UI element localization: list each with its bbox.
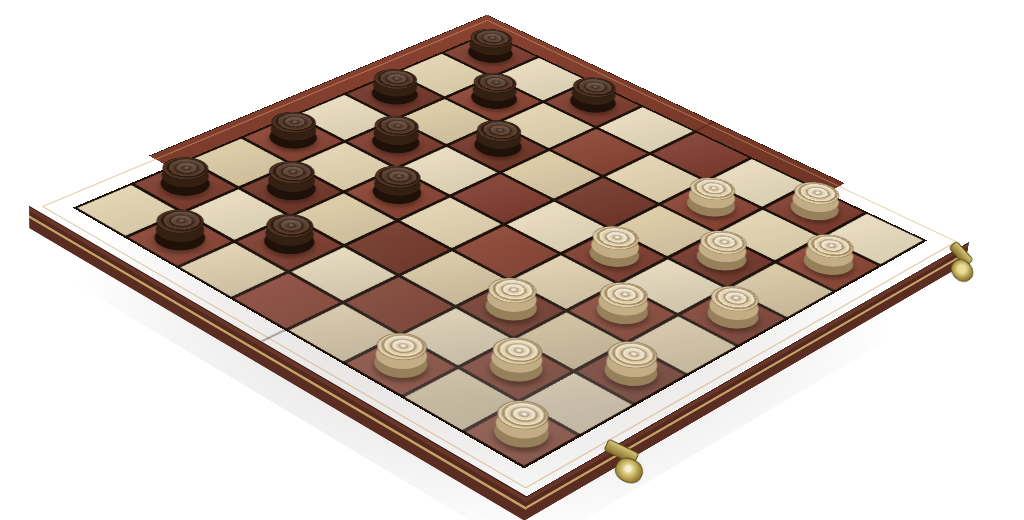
light-piece-h5[interactable]	[699, 299, 766, 335]
dark-piece-a8[interactable]	[461, 41, 520, 68]
dark-piece-b3[interactable]	[259, 174, 323, 206]
dark-piece-c2[interactable]	[256, 227, 322, 261]
board-frame	[28, 15, 970, 498]
light-piece-f1[interactable]	[366, 346, 436, 384]
light-piece-g6[interactable]	[689, 243, 754, 277]
clasp-screw-highlight	[624, 464, 633, 473]
light-piece-f5[interactable]	[581, 239, 646, 273]
dark-piece-a6[interactable]	[364, 81, 424, 109]
light-piece-g4[interactable]	[588, 295, 655, 331]
dark-piece-b7[interactable]	[464, 86, 524, 114]
checkers-board-3d	[28, 15, 970, 498]
light-piece-g8[interactable]	[783, 194, 846, 226]
light-piece-g2[interactable]	[481, 350, 551, 388]
photo-background	[0, 0, 1024, 520]
dark-piece-c6[interactable]	[467, 133, 529, 163]
camera-tilt-wrapper	[0, 0, 1024, 520]
dark-piece-a2[interactable]	[153, 170, 218, 202]
dark-piece-c4[interactable]	[365, 178, 429, 210]
light-piece-h1[interactable]	[485, 414, 557, 455]
light-piece-f3[interactable]	[477, 291, 545, 327]
light-piece-f7[interactable]	[679, 190, 742, 222]
dark-piece-b1[interactable]	[147, 222, 214, 256]
light-piece-h3[interactable]	[596, 354, 665, 392]
dark-piece-a4[interactable]	[262, 124, 324, 154]
light-piece-h7[interactable]	[796, 247, 861, 281]
clasp-body	[611, 454, 647, 488]
squares	[73, 32, 927, 468]
dark-piece-b5[interactable]	[365, 128, 427, 158]
dark-piece-c8[interactable]	[563, 90, 623, 118]
